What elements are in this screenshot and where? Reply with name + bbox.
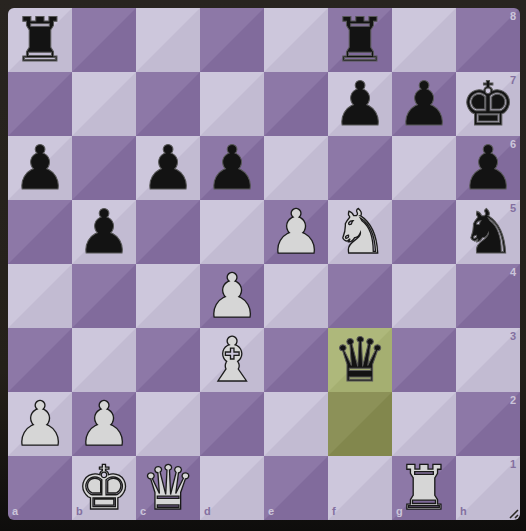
black-pawn[interactable]: ♟ — [141, 136, 196, 200]
square-b7[interactable] — [72, 72, 136, 136]
white-pawn[interactable]: ♟ — [77, 392, 132, 456]
rank-label-1: 1 — [510, 459, 516, 470]
square-h2[interactable]: 2 — [456, 392, 520, 456]
black-pawn[interactable]: ♟ — [205, 136, 260, 200]
white-pawn[interactable]: ♟ — [205, 264, 260, 328]
square-g4[interactable] — [392, 264, 456, 328]
rank-label-3: 3 — [510, 331, 516, 342]
file-label-d: d — [204, 506, 211, 517]
black-pawn[interactable]: ♟ — [397, 72, 452, 136]
square-c3[interactable] — [136, 328, 200, 392]
black-queen[interactable]: ♛ — [333, 328, 388, 392]
chess-board: ♜♜8♟♟♚7♟♟♟♟6♟♟♞♞5♟4♝♛3♟♟2a♚b♛cdef♜g1h — [8, 8, 520, 520]
white-queen[interactable]: ♛ — [141, 456, 196, 520]
board-resize-handle-icon[interactable] — [505, 505, 519, 519]
file-label-h: h — [460, 506, 467, 517]
square-e3[interactable] — [264, 328, 328, 392]
square-a8[interactable]: ♜ — [8, 8, 72, 72]
square-h6[interactable]: ♟6 — [456, 136, 520, 200]
square-c1[interactable]: ♛c — [136, 456, 200, 520]
white-knight[interactable]: ♞ — [333, 200, 388, 264]
square-g1[interactable]: ♜g — [392, 456, 456, 520]
file-label-f: f — [332, 506, 336, 517]
square-c8[interactable] — [136, 8, 200, 72]
square-f4[interactable] — [328, 264, 392, 328]
square-g3[interactable] — [392, 328, 456, 392]
chess-app-stage: ♜♜8♟♟♚7♟♟♟♟6♟♟♞♞5♟4♝♛3♟♟2a♚b♛cdef♜g1h — [0, 0, 526, 531]
square-b5[interactable]: ♟ — [72, 200, 136, 264]
square-e2[interactable] — [264, 392, 328, 456]
white-pawn[interactable]: ♟ — [269, 200, 324, 264]
square-a1[interactable]: a — [8, 456, 72, 520]
black-rook[interactable]: ♜ — [13, 8, 68, 72]
square-h7[interactable]: ♚7 — [456, 72, 520, 136]
square-b8[interactable] — [72, 8, 136, 72]
square-e1[interactable]: e — [264, 456, 328, 520]
square-a2[interactable]: ♟ — [8, 392, 72, 456]
square-d7[interactable] — [200, 72, 264, 136]
black-pawn[interactable]: ♟ — [333, 72, 388, 136]
square-f2[interactable] — [328, 392, 392, 456]
black-rook[interactable]: ♜ — [333, 8, 388, 72]
square-c6[interactable]: ♟ — [136, 136, 200, 200]
square-f7[interactable]: ♟ — [328, 72, 392, 136]
square-b6[interactable] — [72, 136, 136, 200]
black-pawn[interactable]: ♟ — [13, 136, 68, 200]
square-c7[interactable] — [136, 72, 200, 136]
square-e7[interactable] — [264, 72, 328, 136]
square-a6[interactable]: ♟ — [8, 136, 72, 200]
square-d5[interactable] — [200, 200, 264, 264]
square-e8[interactable] — [264, 8, 328, 72]
square-h4[interactable]: 4 — [456, 264, 520, 328]
square-a5[interactable] — [8, 200, 72, 264]
square-g2[interactable] — [392, 392, 456, 456]
square-c5[interactable] — [136, 200, 200, 264]
square-b3[interactable] — [72, 328, 136, 392]
square-d1[interactable]: d — [200, 456, 264, 520]
square-a3[interactable] — [8, 328, 72, 392]
square-g8[interactable] — [392, 8, 456, 72]
square-a7[interactable] — [8, 72, 72, 136]
rank-label-4: 4 — [510, 267, 516, 278]
square-h8[interactable]: 8 — [456, 8, 520, 72]
square-b1[interactable]: ♚b — [72, 456, 136, 520]
black-pawn[interactable]: ♟ — [77, 200, 132, 264]
square-g6[interactable] — [392, 136, 456, 200]
square-d6[interactable]: ♟ — [200, 136, 264, 200]
square-a4[interactable] — [8, 264, 72, 328]
square-h3[interactable]: 3 — [456, 328, 520, 392]
square-e5[interactable]: ♟ — [264, 200, 328, 264]
square-d8[interactable] — [200, 8, 264, 72]
rank-label-8: 8 — [510, 11, 516, 22]
square-f5[interactable]: ♞ — [328, 200, 392, 264]
square-d4[interactable]: ♟ — [200, 264, 264, 328]
square-f6[interactable] — [328, 136, 392, 200]
square-b4[interactable] — [72, 264, 136, 328]
file-label-e: e — [268, 506, 274, 517]
black-pawn[interactable]: ♟ — [461, 136, 516, 200]
white-king[interactable]: ♚ — [77, 456, 132, 520]
square-f3[interactable]: ♛ — [328, 328, 392, 392]
rank-label-2: 2 — [510, 395, 516, 406]
square-d2[interactable] — [200, 392, 264, 456]
square-e6[interactable] — [264, 136, 328, 200]
square-g5[interactable] — [392, 200, 456, 264]
white-rook[interactable]: ♜ — [397, 456, 452, 520]
square-d3[interactable]: ♝ — [200, 328, 264, 392]
square-f1[interactable]: f — [328, 456, 392, 520]
white-pawn[interactable]: ♟ — [13, 392, 68, 456]
file-label-a: a — [12, 506, 18, 517]
square-h5[interactable]: ♞5 — [456, 200, 520, 264]
black-knight[interactable]: ♞ — [461, 200, 516, 264]
square-h1[interactable]: 1h — [456, 456, 520, 520]
square-f8[interactable]: ♜ — [328, 8, 392, 72]
square-g7[interactable]: ♟ — [392, 72, 456, 136]
black-king[interactable]: ♚ — [461, 72, 516, 136]
square-b2[interactable]: ♟ — [72, 392, 136, 456]
square-e4[interactable] — [264, 264, 328, 328]
square-c2[interactable] — [136, 392, 200, 456]
square-c4[interactable] — [136, 264, 200, 328]
white-bishop[interactable]: ♝ — [205, 328, 260, 392]
